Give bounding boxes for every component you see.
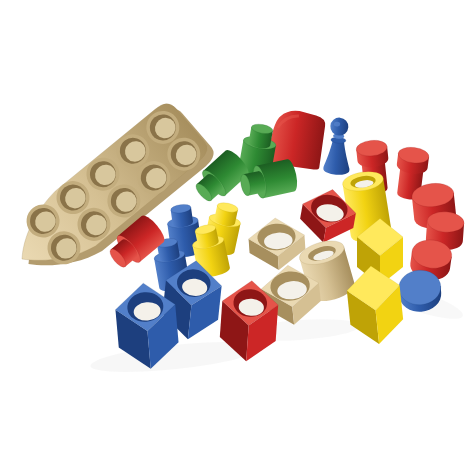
natural-square-ring-1 bbox=[247, 216, 306, 272]
wooden-peg-board bbox=[0, 96, 220, 293]
red-arch-block bbox=[267, 108, 326, 171]
yellow-cube-2 bbox=[345, 263, 406, 347]
blue-pawn bbox=[323, 117, 353, 176]
scene-canvas bbox=[0, 0, 471, 471]
toy-product-photo bbox=[0, 0, 471, 471]
